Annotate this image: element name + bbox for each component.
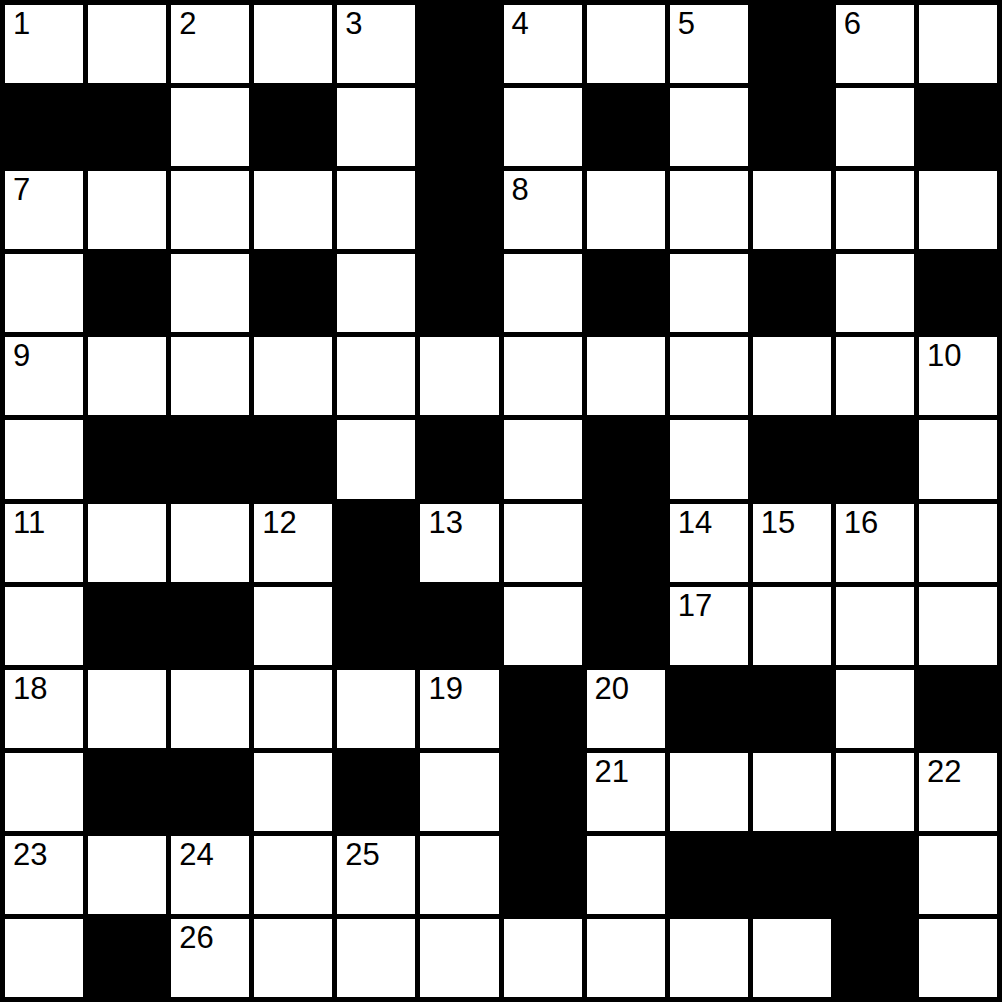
white-cell[interactable]: 6: [836, 5, 914, 83]
white-cell[interactable]: [254, 337, 332, 415]
black-cell: [504, 670, 582, 748]
white-cell[interactable]: 2: [171, 5, 249, 83]
white-cell[interactable]: 16: [836, 504, 914, 582]
clue-number: 2: [179, 7, 196, 41]
white-cell[interactable]: [836, 670, 914, 748]
white-cell[interactable]: [337, 171, 415, 249]
black-cell: [254, 254, 332, 332]
white-cell[interactable]: 21: [587, 753, 665, 831]
white-cell[interactable]: 10: [919, 337, 997, 415]
black-cell: [88, 420, 166, 498]
black-cell: [587, 420, 665, 498]
black-cell: [836, 420, 914, 498]
clue-number: 3: [345, 7, 362, 41]
white-cell[interactable]: [171, 171, 249, 249]
white-cell[interactable]: [919, 919, 997, 997]
white-cell[interactable]: [919, 504, 997, 582]
black-cell: [171, 420, 249, 498]
white-cell[interactable]: [504, 587, 582, 665]
black-cell: [88, 254, 166, 332]
white-cell[interactable]: [5, 254, 83, 332]
white-cell[interactable]: [836, 254, 914, 332]
black-cell: [753, 836, 831, 914]
white-cell[interactable]: [587, 836, 665, 914]
black-cell: [836, 836, 914, 914]
clue-number: 7: [13, 173, 30, 207]
clue-number: 13: [428, 506, 462, 540]
black-cell: [420, 254, 498, 332]
black-cell: [670, 836, 748, 914]
clue-number: 25: [345, 838, 379, 872]
white-cell[interactable]: [171, 337, 249, 415]
black-cell: [753, 254, 831, 332]
white-cell[interactable]: 8: [504, 171, 582, 249]
clue-number: 14: [678, 506, 712, 540]
white-cell[interactable]: [919, 587, 997, 665]
black-cell: [753, 5, 831, 83]
white-cell[interactable]: [88, 836, 166, 914]
white-cell[interactable]: [836, 88, 914, 166]
clue-number: 20: [595, 672, 629, 706]
white-cell[interactable]: [753, 337, 831, 415]
white-cell[interactable]: [88, 504, 166, 582]
black-cell: [670, 670, 748, 748]
white-cell[interactable]: [254, 836, 332, 914]
white-cell[interactable]: 3: [337, 5, 415, 83]
clue-number: 19: [428, 672, 462, 706]
white-cell[interactable]: [88, 5, 166, 83]
clue-number: 22: [927, 755, 961, 789]
white-cell[interactable]: [670, 919, 748, 997]
black-cell: [420, 5, 498, 83]
white-cell[interactable]: [420, 919, 498, 997]
white-cell[interactable]: [88, 171, 166, 249]
white-cell[interactable]: [5, 753, 83, 831]
white-cell[interactable]: [420, 337, 498, 415]
white-cell[interactable]: [670, 254, 748, 332]
white-cell[interactable]: 26: [171, 919, 249, 997]
white-cell[interactable]: 9: [5, 337, 83, 415]
clue-number: 23: [13, 838, 47, 872]
white-cell[interactable]: [670, 171, 748, 249]
white-cell[interactable]: [587, 171, 665, 249]
white-cell[interactable]: [420, 753, 498, 831]
white-cell[interactable]: [254, 587, 332, 665]
white-cell[interactable]: 17: [670, 587, 748, 665]
white-cell[interactable]: [254, 670, 332, 748]
white-cell[interactable]: [670, 88, 748, 166]
black-cell: [337, 753, 415, 831]
white-cell[interactable]: [587, 337, 665, 415]
black-cell: [504, 836, 582, 914]
white-cell[interactable]: 23: [5, 836, 83, 914]
black-cell: [254, 88, 332, 166]
white-cell[interactable]: [504, 254, 582, 332]
clue-number: 17: [678, 589, 712, 623]
white-cell[interactable]: [670, 753, 748, 831]
white-cell[interactable]: [504, 919, 582, 997]
white-cell[interactable]: [753, 587, 831, 665]
black-cell: [420, 88, 498, 166]
white-cell[interactable]: 22: [919, 753, 997, 831]
black-cell: [171, 587, 249, 665]
white-cell[interactable]: [88, 337, 166, 415]
clue-number: 24: [179, 838, 213, 872]
white-cell[interactable]: [504, 88, 582, 166]
clue-number: 21: [595, 755, 629, 789]
white-cell[interactable]: [171, 88, 249, 166]
white-cell[interactable]: [919, 836, 997, 914]
white-cell[interactable]: [836, 753, 914, 831]
white-cell[interactable]: 11: [5, 504, 83, 582]
black-cell: [919, 254, 997, 332]
black-cell: [753, 88, 831, 166]
clue-number: 18: [13, 672, 47, 706]
white-cell[interactable]: 14: [670, 504, 748, 582]
black-cell: [88, 88, 166, 166]
white-cell[interactable]: [254, 919, 332, 997]
white-cell[interactable]: 25: [337, 836, 415, 914]
white-cell[interactable]: [254, 171, 332, 249]
black-cell: [753, 670, 831, 748]
white-cell[interactable]: [5, 587, 83, 665]
white-cell[interactable]: [919, 5, 997, 83]
white-cell[interactable]: [171, 670, 249, 748]
white-cell[interactable]: 13: [420, 504, 498, 582]
white-cell[interactable]: [337, 88, 415, 166]
clue-number: 11: [13, 506, 45, 540]
white-cell[interactable]: [5, 420, 83, 498]
black-cell: [420, 420, 498, 498]
white-cell[interactable]: [337, 919, 415, 997]
white-cell[interactable]: [420, 836, 498, 914]
clue-number: 16: [844, 506, 878, 540]
white-cell[interactable]: 4: [504, 5, 582, 83]
clue-number: 5: [678, 7, 695, 41]
white-cell[interactable]: 19: [420, 670, 498, 748]
black-cell: [171, 753, 249, 831]
white-cell[interactable]: [254, 5, 332, 83]
white-cell[interactable]: 1: [5, 5, 83, 83]
black-cell: [337, 587, 415, 665]
white-cell[interactable]: [919, 171, 997, 249]
white-cell[interactable]: [88, 670, 166, 748]
white-cell[interactable]: [670, 337, 748, 415]
black-cell: [504, 753, 582, 831]
clue-number: 4: [512, 7, 529, 41]
white-cell[interactable]: [337, 670, 415, 748]
white-cell[interactable]: [670, 420, 748, 498]
white-cell[interactable]: [836, 337, 914, 415]
clue-number: 1: [13, 7, 30, 41]
clue-number: 10: [927, 339, 961, 373]
white-cell[interactable]: 20: [587, 670, 665, 748]
white-cell[interactable]: 15: [753, 504, 831, 582]
black-cell: [919, 88, 997, 166]
clue-number: 12: [262, 506, 296, 540]
white-cell[interactable]: [753, 171, 831, 249]
black-cell: [420, 587, 498, 665]
black-cell: [587, 88, 665, 166]
black-cell: [88, 919, 166, 997]
black-cell: [88, 753, 166, 831]
black-cell: [420, 171, 498, 249]
clue-number: 15: [761, 506, 795, 540]
white-cell[interactable]: [504, 420, 582, 498]
black-cell: [753, 420, 831, 498]
white-cell[interactable]: 24: [171, 836, 249, 914]
white-cell[interactable]: [337, 420, 415, 498]
white-cell[interactable]: [753, 919, 831, 997]
white-cell[interactable]: [587, 919, 665, 997]
black-cell: [836, 919, 914, 997]
clue-number: 6: [844, 7, 861, 41]
white-cell[interactable]: [504, 337, 582, 415]
white-cell[interactable]: [836, 587, 914, 665]
white-cell[interactable]: 18: [5, 670, 83, 748]
white-cell[interactable]: [337, 254, 415, 332]
white-cell[interactable]: [753, 753, 831, 831]
white-cell[interactable]: [836, 171, 914, 249]
white-cell[interactable]: [171, 504, 249, 582]
white-cell[interactable]: [254, 753, 332, 831]
white-cell[interactable]: [5, 919, 83, 997]
black-cell: [5, 88, 83, 166]
black-cell: [919, 670, 997, 748]
black-cell: [587, 504, 665, 582]
white-cell[interactable]: [337, 337, 415, 415]
white-cell[interactable]: [171, 254, 249, 332]
clue-number: 8: [512, 173, 529, 207]
white-cell[interactable]: [504, 504, 582, 582]
black-cell: [337, 504, 415, 582]
black-cell: [587, 587, 665, 665]
clue-number: 9: [13, 339, 30, 373]
black-cell: [88, 587, 166, 665]
white-cell[interactable]: [587, 5, 665, 83]
crossword-grid: 1234567891011121314151617181920212223242…: [0, 0, 1002, 1002]
clue-number: 26: [179, 921, 213, 955]
white-cell[interactable]: 5: [670, 5, 748, 83]
black-cell: [254, 420, 332, 498]
white-cell[interactable]: 7: [5, 171, 83, 249]
black-cell: [587, 254, 665, 332]
white-cell[interactable]: [919, 420, 997, 498]
white-cell[interactable]: 12: [254, 504, 332, 582]
